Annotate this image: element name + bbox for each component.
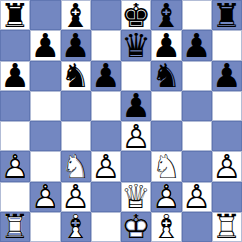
piece-glyph: ♟ <box>212 61 242 91</box>
black-pawn[interactable]: ♟ <box>91 61 121 91</box>
square-f7[interactable]: ♟ <box>151 30 181 60</box>
square-d2[interactable] <box>91 182 121 212</box>
piece-glyph: ♝ <box>151 0 181 30</box>
piece-glyph: ♟ <box>30 30 60 60</box>
square-e8[interactable]: ♚ <box>121 0 151 30</box>
square-a6[interactable]: ♟ <box>0 61 30 91</box>
piece-outline-glyph: ♙ <box>0 151 30 181</box>
piece-glyph: ♟ <box>151 30 181 60</box>
piece-glyph: ♜ <box>212 0 242 30</box>
square-e5[interactable]: ♟ <box>121 91 151 121</box>
square-a5[interactable] <box>0 91 30 121</box>
piece-glyph: ♞ <box>151 61 181 91</box>
white-bishop[interactable]: ♝♗ <box>151 212 181 242</box>
piece-outline-glyph: ♙ <box>30 182 60 212</box>
black-pawn[interactable]: ♟ <box>61 30 91 60</box>
black-pawn[interactable]: ♟ <box>30 30 60 60</box>
square-b6[interactable] <box>30 61 60 91</box>
piece-glyph: ♟ <box>182 30 212 60</box>
square-g7[interactable]: ♟ <box>182 30 212 60</box>
square-g4[interactable] <box>182 121 212 151</box>
piece-glyph: ♟ <box>0 61 30 91</box>
piece-outline-glyph: ♖ <box>0 212 30 242</box>
piece-fill-glyph: ♟ <box>91 151 121 181</box>
piece-outline-glyph: ♙ <box>91 151 121 181</box>
white-rook[interactable]: ♜♖ <box>0 212 30 242</box>
black-bishop[interactable]: ♝ <box>151 0 181 30</box>
square-c2[interactable]: ♟♙ <box>61 182 91 212</box>
black-pawn[interactable]: ♟ <box>121 91 151 121</box>
piece-fill-glyph: ♟ <box>121 121 151 151</box>
square-c5[interactable] <box>61 91 91 121</box>
piece-glyph: ♞ <box>61 61 91 91</box>
white-pawn[interactable]: ♟♙ <box>151 182 181 212</box>
square-h8[interactable]: ♜ <box>212 0 242 30</box>
piece-fill-glyph: ♟ <box>0 151 30 181</box>
white-pawn[interactable]: ♟♙ <box>182 182 212 212</box>
square-g8[interactable] <box>182 0 212 30</box>
piece-outline-glyph: ♘ <box>151 151 181 181</box>
square-f2[interactable]: ♟♙ <box>151 182 181 212</box>
square-c8[interactable]: ♝ <box>61 0 91 30</box>
piece-fill-glyph: ♟ <box>182 182 212 212</box>
square-f6[interactable]: ♞ <box>151 61 181 91</box>
black-bishop[interactable]: ♝ <box>61 0 91 30</box>
square-g3[interactable] <box>182 151 212 181</box>
white-knight[interactable]: ♞♘ <box>151 151 181 181</box>
black-pawn[interactable]: ♟ <box>0 61 30 91</box>
piece-fill-glyph: ♟ <box>30 182 60 212</box>
piece-outline-glyph: ♙ <box>61 182 91 212</box>
square-b2[interactable]: ♟♙ <box>30 182 60 212</box>
square-f5[interactable] <box>151 91 181 121</box>
square-e7[interactable]: ♛ <box>121 30 151 60</box>
piece-outline-glyph: ♙ <box>151 182 181 212</box>
black-queen[interactable]: ♛ <box>121 30 151 60</box>
piece-fill-glyph: ♜ <box>212 212 242 242</box>
piece-outline-glyph: ♙ <box>212 151 242 181</box>
square-d3[interactable]: ♟♙ <box>91 151 121 181</box>
white-bishop[interactable]: ♝♗ <box>61 212 91 242</box>
square-h7[interactable] <box>212 30 242 60</box>
square-d1[interactable] <box>91 212 121 242</box>
piece-fill-glyph: ♛ <box>121 182 151 212</box>
white-pawn[interactable]: ♟♙ <box>61 182 91 212</box>
square-g2[interactable]: ♟♙ <box>182 182 212 212</box>
square-c3[interactable]: ♞♘ <box>61 151 91 181</box>
square-b5[interactable] <box>30 91 60 121</box>
square-e6[interactable] <box>121 61 151 91</box>
piece-fill-glyph: ♞ <box>151 151 181 181</box>
square-b4[interactable] <box>30 121 60 151</box>
square-a3[interactable]: ♟♙ <box>0 151 30 181</box>
white-queen[interactable]: ♛♕ <box>121 182 151 212</box>
square-a4[interactable] <box>0 121 30 151</box>
chess-board: ♜♝♚♝♜♟♟♛♟♟♟♞♟♞♟♟♟♙♟♙♞♘♟♙♞♘♟♙♟♙♟♙♛♕♟♙♟♙♜♖… <box>0 0 242 242</box>
white-pawn[interactable]: ♟♙ <box>30 182 60 212</box>
square-f4[interactable] <box>151 121 181 151</box>
piece-outline-glyph: ♘ <box>61 151 91 181</box>
square-h5[interactable] <box>212 91 242 121</box>
piece-fill-glyph: ♚ <box>121 212 151 242</box>
piece-glyph: ♜ <box>0 0 30 30</box>
square-f8[interactable]: ♝ <box>151 0 181 30</box>
black-king[interactable]: ♚ <box>121 0 151 30</box>
square-e2[interactable]: ♛♕ <box>121 182 151 212</box>
square-c4[interactable] <box>61 121 91 151</box>
piece-outline-glyph: ♕ <box>121 182 151 212</box>
square-b1[interactable] <box>30 212 60 242</box>
piece-fill-glyph: ♝ <box>151 212 181 242</box>
white-rook[interactable]: ♜♖ <box>212 212 242 242</box>
white-pawn[interactable]: ♟♙ <box>0 151 30 181</box>
square-h2[interactable] <box>212 182 242 212</box>
square-d4[interactable] <box>91 121 121 151</box>
square-c6[interactable]: ♞ <box>61 61 91 91</box>
piece-glyph: ♛ <box>121 30 151 60</box>
black-pawn[interactable]: ♟ <box>212 61 242 91</box>
black-knight[interactable]: ♞ <box>151 61 181 91</box>
square-d7[interactable] <box>91 30 121 60</box>
white-pawn[interactable]: ♟♙ <box>212 151 242 181</box>
square-e4[interactable]: ♟♙ <box>121 121 151 151</box>
square-h4[interactable] <box>212 121 242 151</box>
piece-glyph: ♚ <box>121 0 151 30</box>
piece-fill-glyph: ♞ <box>61 151 91 181</box>
square-d6[interactable]: ♟ <box>91 61 121 91</box>
square-d5[interactable] <box>91 91 121 121</box>
square-e3[interactable] <box>121 151 151 181</box>
piece-fill-glyph: ♜ <box>0 212 30 242</box>
black-knight[interactable]: ♞ <box>61 61 91 91</box>
piece-fill-glyph: ♝ <box>61 212 91 242</box>
square-d8[interactable] <box>91 0 121 30</box>
square-e1[interactable]: ♚♔ <box>121 212 151 242</box>
white-pawn[interactable]: ♟♙ <box>91 151 121 181</box>
piece-glyph: ♝ <box>61 0 91 30</box>
piece-outline-glyph: ♗ <box>61 212 91 242</box>
black-rook[interactable]: ♜ <box>212 0 242 30</box>
square-b8[interactable] <box>30 0 60 30</box>
square-g1[interactable] <box>182 212 212 242</box>
piece-outline-glyph: ♖ <box>212 212 242 242</box>
piece-glyph: ♟ <box>61 30 91 60</box>
piece-fill-glyph: ♟ <box>212 151 242 181</box>
white-king[interactable]: ♚♔ <box>121 212 151 242</box>
black-pawn[interactable]: ♟ <box>182 30 212 60</box>
square-b3[interactable] <box>30 151 60 181</box>
piece-fill-glyph: ♟ <box>61 182 91 212</box>
piece-outline-glyph: ♙ <box>182 182 212 212</box>
square-a7[interactable] <box>0 30 30 60</box>
square-a2[interactable] <box>0 182 30 212</box>
square-c1[interactable]: ♝♗ <box>61 212 91 242</box>
square-f1[interactable]: ♝♗ <box>151 212 181 242</box>
black-rook[interactable]: ♜ <box>0 0 30 30</box>
piece-fill-glyph: ♟ <box>151 182 181 212</box>
piece-outline-glyph: ♔ <box>121 212 151 242</box>
piece-outline-glyph: ♗ <box>151 212 181 242</box>
white-pawn[interactable]: ♟♙ <box>121 121 151 151</box>
piece-glyph: ♟ <box>121 91 151 121</box>
black-pawn[interactable]: ♟ <box>151 30 181 60</box>
square-g6[interactable] <box>182 61 212 91</box>
square-a1[interactable]: ♜♖ <box>0 212 30 242</box>
white-knight[interactable]: ♞♘ <box>61 151 91 181</box>
square-h6[interactable]: ♟ <box>212 61 242 91</box>
square-a8[interactable]: ♜ <box>0 0 30 30</box>
square-c7[interactable]: ♟ <box>61 30 91 60</box>
square-h1[interactable]: ♜♖ <box>212 212 242 242</box>
piece-outline-glyph: ♙ <box>121 121 151 151</box>
square-h3[interactable]: ♟♙ <box>212 151 242 181</box>
square-b7[interactable]: ♟ <box>30 30 60 60</box>
square-g5[interactable] <box>182 91 212 121</box>
piece-glyph: ♟ <box>91 61 121 91</box>
square-f3[interactable]: ♞♘ <box>151 151 181 181</box>
